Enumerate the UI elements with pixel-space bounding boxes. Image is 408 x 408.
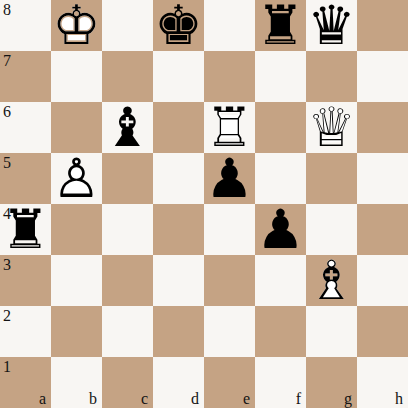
piece-black-pawn[interactable]: ♟ [255,204,306,255]
piece-black-king[interactable]: ♚ [153,0,204,51]
rank-label-7: 7 [3,53,11,69]
rank-label-3: 3 [3,257,11,273]
square-b4[interactable] [51,204,102,255]
piece-black-pawn[interactable]: ♟ [204,153,255,204]
square-c8[interactable] [102,0,153,51]
square-e6[interactable]: ♜♖ [204,102,255,153]
piece-white-rook[interactable]: ♜♖ [204,102,255,153]
black-rook-glyph: ♜ [0,204,51,255]
white-rook-outline: ♖ [204,102,255,153]
square-c2[interactable] [102,306,153,357]
square-a7[interactable]: 7 [0,51,51,102]
square-h4[interactable] [357,204,408,255]
rank-label-6: 6 [3,104,11,120]
square-g7[interactable] [306,51,357,102]
square-a6[interactable]: 6 [0,102,51,153]
square-b6[interactable] [51,102,102,153]
square-f1[interactable]: f [255,357,306,408]
square-e3[interactable] [204,255,255,306]
square-a2[interactable]: 2 [0,306,51,357]
square-h7[interactable] [357,51,408,102]
piece-white-pawn[interactable]: ♟♙ [51,153,102,204]
square-g8[interactable]: ♛ [306,0,357,51]
square-c6[interactable]: ♝ [102,102,153,153]
file-label-f: f [296,391,301,407]
piece-black-queen[interactable]: ♛ [306,0,357,51]
square-b3[interactable] [51,255,102,306]
black-king-glyph: ♚ [153,0,204,51]
square-b5[interactable]: ♟♙ [51,153,102,204]
piece-white-king[interactable]: ♚♔ [51,0,102,51]
piece-black-rook[interactable]: ♜ [0,204,51,255]
black-pawn-glyph: ♟ [204,153,255,204]
file-label-h: h [395,391,403,407]
square-h8[interactable] [357,0,408,51]
square-a5[interactable]: 5 [0,153,51,204]
square-d3[interactable] [153,255,204,306]
square-f2[interactable] [255,306,306,357]
square-c5[interactable] [102,153,153,204]
square-a8[interactable]: 8 [0,0,51,51]
file-label-d: d [191,391,199,407]
square-d1[interactable]: d [153,357,204,408]
rank-label-8: 8 [3,2,11,18]
square-g3[interactable]: ♝♗ [306,255,357,306]
square-e2[interactable] [204,306,255,357]
square-a3[interactable]: 3 [0,255,51,306]
file-label-b: b [89,391,97,407]
square-e1[interactable]: e [204,357,255,408]
square-f6[interactable] [255,102,306,153]
square-h6[interactable] [357,102,408,153]
square-e8[interactable] [204,0,255,51]
white-queen-outline: ♕ [306,102,357,153]
square-a1[interactable]: 1a [0,357,51,408]
black-bishop-glyph: ♝ [102,102,153,153]
square-e5[interactable]: ♟ [204,153,255,204]
square-f8[interactable]: ♜ [255,0,306,51]
square-f4[interactable]: ♟ [255,204,306,255]
square-b1[interactable]: b [51,357,102,408]
square-g4[interactable] [306,204,357,255]
black-queen-glyph: ♛ [306,0,357,51]
square-g2[interactable] [306,306,357,357]
square-c7[interactable] [102,51,153,102]
square-f3[interactable] [255,255,306,306]
white-pawn-outline: ♙ [51,153,102,204]
square-f7[interactable] [255,51,306,102]
square-f5[interactable] [255,153,306,204]
square-d2[interactable] [153,306,204,357]
rank-label-2: 2 [3,308,11,324]
square-h1[interactable]: h [357,357,408,408]
piece-white-bishop[interactable]: ♝♗ [306,255,357,306]
square-h2[interactable] [357,306,408,357]
square-d7[interactable] [153,51,204,102]
square-d4[interactable] [153,204,204,255]
square-d5[interactable] [153,153,204,204]
square-h5[interactable] [357,153,408,204]
square-e7[interactable] [204,51,255,102]
white-king-outline: ♔ [51,0,102,51]
square-d8[interactable]: ♚ [153,0,204,51]
file-label-a: a [39,391,46,407]
square-g5[interactable] [306,153,357,204]
chess-board: 8♚♔♚♜♛76♝♜♖♛♕5♟♙♟4♜♟3♝♗21abcdefgh [0,0,408,408]
white-bishop-outline: ♗ [306,255,357,306]
piece-black-rook[interactable]: ♜ [255,0,306,51]
file-label-e: e [243,391,250,407]
rank-label-1: 1 [3,359,11,375]
square-c1[interactable]: c [102,357,153,408]
black-rook-glyph: ♜ [255,0,306,51]
rank-label-5: 5 [3,155,11,171]
square-a4[interactable]: 4♜ [0,204,51,255]
square-b8[interactable]: ♚♔ [51,0,102,51]
square-d6[interactable] [153,102,204,153]
square-b2[interactable] [51,306,102,357]
file-label-g: g [344,391,352,407]
square-c4[interactable] [102,204,153,255]
square-c3[interactable] [102,255,153,306]
square-h3[interactable] [357,255,408,306]
black-pawn-glyph: ♟ [255,204,306,255]
file-label-c: c [141,391,148,407]
square-g1[interactable]: g [306,357,357,408]
square-e4[interactable] [204,204,255,255]
square-g6[interactable]: ♛♕ [306,102,357,153]
square-b7[interactable] [51,51,102,102]
piece-white-queen[interactable]: ♛♕ [306,102,357,153]
piece-black-bishop[interactable]: ♝ [102,102,153,153]
